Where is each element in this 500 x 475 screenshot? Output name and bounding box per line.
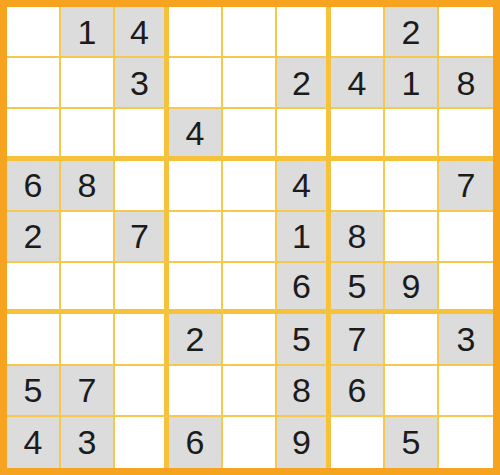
given-digit: 3 [78, 425, 97, 459]
cell-r7c9[interactable]: 3 [439, 314, 493, 365]
cell-r9c3[interactable] [115, 417, 169, 468]
cell-r5c3[interactable]: 7 [115, 212, 169, 263]
given-digit: 3 [457, 322, 476, 356]
cell-r2c4[interactable] [169, 58, 223, 109]
cell-r1c4[interactable] [169, 7, 223, 58]
cell-r2c8[interactable]: 1 [385, 58, 439, 109]
given-digit: 6 [24, 168, 43, 202]
cell-r8c6[interactable]: 8 [277, 366, 331, 417]
given-digit: 5 [292, 322, 311, 356]
given-digit: 2 [24, 219, 43, 253]
cell-r6c7[interactable]: 5 [331, 263, 385, 314]
given-digit: 6 [292, 269, 311, 303]
cell-r1c9[interactable] [439, 7, 493, 58]
cell-r8c2[interactable]: 7 [61, 366, 115, 417]
cell-r5c9[interactable] [439, 212, 493, 263]
given-digit: 8 [292, 373, 311, 407]
given-digit: 7 [130, 219, 149, 253]
cell-r3c5[interactable] [223, 109, 277, 160]
cell-r5c1[interactable]: 2 [7, 212, 61, 263]
given-digit: 9 [402, 269, 421, 303]
cell-r5c7[interactable]: 8 [331, 212, 385, 263]
given-digit: 1 [78, 15, 97, 49]
cell-r4c7[interactable] [331, 161, 385, 212]
cell-r5c4[interactable] [169, 212, 223, 263]
cell-r1c5[interactable] [223, 7, 277, 58]
cell-r6c8[interactable]: 9 [385, 263, 439, 314]
given-digit: 2 [292, 66, 311, 100]
given-digit: 5 [402, 425, 421, 459]
given-digit: 1 [292, 219, 311, 253]
cell-r6c1[interactable] [7, 263, 61, 314]
given-digit: 4 [24, 425, 43, 459]
cell-r1c2[interactable]: 1 [61, 7, 115, 58]
cell-r7c1[interactable] [7, 314, 61, 365]
cell-r3c3[interactable] [115, 109, 169, 160]
cell-r8c5[interactable] [223, 366, 277, 417]
cell-r8c8[interactable] [385, 366, 439, 417]
given-digit: 4 [186, 116, 205, 150]
cell-r7c2[interactable] [61, 314, 115, 365]
cell-r9c8[interactable]: 5 [385, 417, 439, 468]
cell-r7c8[interactable] [385, 314, 439, 365]
cell-r6c3[interactable] [115, 263, 169, 314]
cell-r3c2[interactable] [61, 109, 115, 160]
cell-r8c4[interactable] [169, 366, 223, 417]
cell-r9c1[interactable]: 4 [7, 417, 61, 468]
given-digit: 4 [348, 66, 367, 100]
given-digit: 4 [292, 168, 311, 202]
cell-r4c6[interactable]: 4 [277, 161, 331, 212]
cell-r9c4[interactable]: 6 [169, 417, 223, 468]
cell-r2c3[interactable]: 3 [115, 58, 169, 109]
cell-r2c6[interactable]: 2 [277, 58, 331, 109]
cell-r8c7[interactable]: 6 [331, 366, 385, 417]
cell-r9c7[interactable] [331, 417, 385, 468]
cell-r1c6[interactable] [277, 7, 331, 58]
cell-r8c3[interactable] [115, 366, 169, 417]
cell-r6c4[interactable] [169, 263, 223, 314]
cell-r8c9[interactable] [439, 366, 493, 417]
cell-r1c1[interactable] [7, 7, 61, 58]
given-digit: 6 [348, 373, 367, 407]
given-digit: 9 [292, 425, 311, 459]
sudoku-board: 142324184684727186592573578643695 [0, 0, 500, 475]
cell-r6c2[interactable] [61, 263, 115, 314]
given-digit: 8 [348, 219, 367, 253]
cell-r7c7[interactable]: 7 [331, 314, 385, 365]
given-digit: 2 [186, 322, 205, 356]
cell-r9c2[interactable]: 3 [61, 417, 115, 468]
given-digit: 3 [130, 66, 149, 100]
cell-r5c8[interactable] [385, 212, 439, 263]
cell-r4c3[interactable] [115, 161, 169, 212]
given-digit: 8 [457, 66, 476, 100]
cell-r4c4[interactable] [169, 161, 223, 212]
cell-r4c2[interactable]: 8 [61, 161, 115, 212]
cell-r7c3[interactable] [115, 314, 169, 365]
cell-r1c8[interactable]: 2 [385, 7, 439, 58]
cell-r4c5[interactable] [223, 161, 277, 212]
cell-r1c3[interactable]: 4 [115, 7, 169, 58]
cell-r7c5[interactable] [223, 314, 277, 365]
given-digit: 4 [130, 15, 149, 49]
given-digit: 6 [186, 425, 205, 459]
given-digit: 8 [78, 168, 97, 202]
cell-r2c9[interactable]: 8 [439, 58, 493, 109]
cell-r9c6[interactable]: 9 [277, 417, 331, 468]
given-digit: 5 [348, 269, 367, 303]
cell-r6c6[interactable]: 6 [277, 263, 331, 314]
given-digit: 7 [78, 373, 97, 407]
cell-r5c6[interactable]: 1 [277, 212, 331, 263]
cell-r7c4[interactable]: 2 [169, 314, 223, 365]
cell-r5c5[interactable] [223, 212, 277, 263]
cell-r5c2[interactable] [61, 212, 115, 263]
cell-r3c7[interactable] [331, 109, 385, 160]
cell-r3c8[interactable] [385, 109, 439, 160]
cell-r3c6[interactable] [277, 109, 331, 160]
cell-r2c7[interactable]: 4 [331, 58, 385, 109]
cell-r1c7[interactable] [331, 7, 385, 58]
cell-r9c5[interactable] [223, 417, 277, 468]
cell-r7c6[interactable]: 5 [277, 314, 331, 365]
given-digit: 7 [348, 322, 367, 356]
given-digit: 2 [402, 15, 421, 49]
cell-r4c8[interactable] [385, 161, 439, 212]
cell-r9c9[interactable] [439, 417, 493, 468]
cell-r6c5[interactable] [223, 263, 277, 314]
cell-r3c4[interactable]: 4 [169, 109, 223, 160]
given-digit: 5 [24, 373, 43, 407]
cell-r2c5[interactable] [223, 58, 277, 109]
cell-r4c9[interactable]: 7 [439, 161, 493, 212]
cell-r4c1[interactable]: 6 [7, 161, 61, 212]
cell-r8c1[interactable]: 5 [7, 366, 61, 417]
cell-r6c9[interactable] [439, 263, 493, 314]
cell-r3c9[interactable] [439, 109, 493, 160]
cell-r2c2[interactable] [61, 58, 115, 109]
cell-r3c1[interactable] [7, 109, 61, 160]
given-digit: 7 [457, 168, 476, 202]
cell-r2c1[interactable] [7, 58, 61, 109]
given-digit: 1 [402, 66, 421, 100]
